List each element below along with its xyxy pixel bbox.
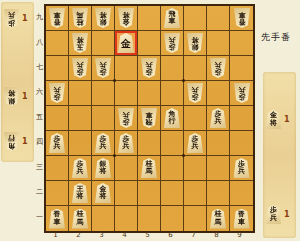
square-3七[interactable]: 歩兵 (92, 56, 115, 81)
shogi-piece-金将-sente[interactable]: 金将 (118, 8, 134, 28)
shogi-piece-歩兵-sente[interactable]: 歩兵 (210, 58, 226, 78)
piece-kanji: 兵 (192, 143, 199, 151)
piece-kanji: 銀 (8, 97, 15, 105)
file-labels: 123456789 (44, 231, 255, 239)
piece-kanji: 兵 (77, 61, 84, 69)
gote-captured-tray[interactable]: 金将1歩兵1 (263, 72, 296, 238)
shogi-piece-歩兵-gote[interactable]: 歩兵 (187, 133, 203, 153)
captured-count: 1 (22, 14, 28, 23)
piece-kanji: 馬 (77, 11, 84, 19)
piece-kanji: 将 (123, 11, 130, 19)
square-2七[interactable]: 歩兵 (69, 56, 92, 81)
piece-kanji: 銀 (192, 43, 199, 51)
shogi-piece-歩兵-sente[interactable]: 歩兵 (164, 33, 180, 53)
piece-kanji: 将 (8, 89, 15, 97)
square-1三[interactable] (46, 156, 69, 181)
square-4二[interactable] (115, 181, 138, 206)
shogi-piece-歩兵-gote[interactable]: 歩兵 (210, 108, 226, 128)
square-9六[interactable]: 歩兵 (230, 81, 253, 106)
square-5四[interactable] (138, 131, 161, 156)
piece-kanji: 歩 (123, 118, 130, 126)
piece-kanji: 車 (54, 219, 61, 227)
piece-kanji: 歩 (8, 19, 15, 27)
square-6三[interactable] (161, 156, 184, 181)
square-8八[interactable] (207, 31, 230, 56)
square-5一[interactable] (138, 206, 161, 231)
piece-kanji: 将 (270, 120, 277, 128)
square-3一[interactable] (92, 206, 115, 231)
shogi-piece-歩兵-sente[interactable]: 歩兵 (4, 9, 19, 28)
piece-kanji: 馬 (215, 219, 222, 227)
square-7九[interactable] (184, 6, 207, 31)
square-9八[interactable] (230, 31, 253, 56)
square-4一[interactable] (115, 206, 138, 231)
shogi-piece-銀将-gote[interactable]: 銀将 (95, 158, 111, 178)
square-8一[interactable]: 桂馬 (207, 206, 230, 231)
square-2一[interactable]: 桂馬 (69, 206, 92, 231)
square-8二[interactable] (207, 181, 230, 206)
piece-kanji: 香 (238, 18, 245, 26)
square-8九[interactable] (207, 6, 230, 31)
square-3三[interactable]: 銀将 (92, 156, 115, 181)
shogi-piece-金将-gote[interactable]: 金将 (266, 110, 281, 129)
shogi-piece-歩兵-sente[interactable]: 歩兵 (141, 58, 157, 78)
square-3九[interactable]: 銀将 (92, 6, 115, 31)
piece-kanji: 歩 (238, 93, 245, 101)
square-9七[interactable] (230, 56, 253, 81)
piece-kanji: 兵 (215, 61, 222, 69)
piece-kanji: 香 (54, 18, 61, 26)
shogi-piece-香車-sente[interactable]: 香車 (234, 8, 250, 28)
piece-kanji: 歩 (192, 93, 199, 101)
square-9二[interactable] (230, 181, 253, 206)
square-1四[interactable]: 歩兵 (46, 131, 69, 156)
shogi-piece-玉将-sente[interactable]: 玉将 (72, 33, 88, 53)
piece-kanji: 行 (169, 118, 176, 126)
rank-label: 九 (35, 4, 44, 29)
piece-kanji: 銀 (100, 18, 107, 26)
star-point (182, 154, 185, 157)
piece-kanji: 兵 (8, 11, 15, 19)
square-3五[interactable] (92, 106, 115, 131)
square-8六[interactable] (207, 81, 230, 106)
shogi-piece-金将-gote[interactable]: 金将 (95, 183, 111, 203)
square-1六[interactable]: 歩兵 (46, 81, 69, 106)
square-8七[interactable]: 歩兵 (207, 56, 230, 81)
piece-kanji: 将 (192, 36, 199, 44)
rank-label: 五 (35, 104, 44, 129)
shogi-piece-銀将-sente[interactable]: 銀将 (187, 33, 203, 53)
piece-kanji: 車 (169, 18, 176, 26)
square-6二[interactable] (161, 181, 184, 206)
file-label: 4 (113, 231, 136, 239)
square-7七[interactable] (184, 56, 207, 81)
piece-kanji: 兵 (146, 61, 153, 69)
piece-kanji: 歩 (215, 68, 222, 76)
file-label: 3 (90, 231, 113, 239)
rank-label: 八 (35, 29, 44, 54)
square-7六[interactable]: 歩兵 (184, 81, 207, 106)
shogi-piece-歩兵-sente[interactable]: 歩兵 (187, 83, 203, 103)
square-5九[interactable] (138, 6, 161, 31)
shogi-piece-王将-gote[interactable]: 王将 (72, 183, 88, 203)
piece-kanji: 歩 (100, 68, 107, 76)
shogi-piece-香車-gote[interactable]: 香車 (49, 209, 65, 229)
piece-kanji: 車 (238, 11, 245, 19)
square-6四[interactable] (161, 131, 184, 156)
piece-kanji: 金 (123, 18, 130, 26)
shogi-piece-飛車-sente[interactable]: 飛車 (141, 108, 157, 128)
piece-kanji: 兵 (100, 61, 107, 69)
piece-kanji: 馬 (146, 168, 153, 176)
piece-kanji: 歩 (54, 93, 61, 101)
star-point (113, 79, 116, 82)
square-9五[interactable] (230, 106, 253, 131)
square-5二[interactable] (138, 181, 161, 206)
piece-kanji: 車 (146, 111, 153, 119)
file-label: 1 (44, 231, 67, 239)
shogi-piece-銀将-sente[interactable]: 銀将 (4, 87, 19, 106)
rank-label: 六 (35, 79, 44, 104)
square-4七[interactable] (115, 56, 138, 81)
shogi-app: 歩兵1銀将1角行1 九八七六五四三二一 香車桂馬銀将金将飛車香車玉将金歩兵銀将歩… (0, 0, 300, 241)
piece-kanji: 歩 (169, 43, 176, 51)
square-3二[interactable]: 金将 (92, 181, 115, 206)
piece-kanji: 角 (8, 142, 15, 150)
file-label: 7 (182, 231, 205, 239)
square-2四[interactable] (69, 131, 92, 156)
square-5五[interactable]: 飛車 (138, 106, 161, 131)
sente-captured-tray[interactable]: 歩兵1銀将1角行1 (1, 2, 34, 162)
piece-kanji: 馬 (77, 219, 84, 227)
shogi-board[interactable]: 香車桂馬銀将金将飛車香車玉将金歩兵銀将歩兵歩兵歩兵歩兵歩兵歩兵歩兵歩兵飛車角行歩… (44, 4, 255, 233)
square-6八[interactable]: 歩兵 (161, 31, 184, 56)
piece-kanji: 兵 (54, 143, 61, 151)
shogi-piece-飛車-gote[interactable]: 飛車 (164, 8, 180, 28)
piece-kanji: 兵 (169, 36, 176, 44)
piece-kanji: 将 (100, 11, 107, 19)
square-5三[interactable]: 桂馬 (138, 156, 161, 181)
piece-kanji: 兵 (77, 168, 84, 176)
star-point (182, 79, 185, 82)
square-1七[interactable] (46, 56, 69, 81)
shogi-piece-角行-gote[interactable]: 角行 (164, 108, 180, 128)
square-9四[interactable] (230, 131, 253, 156)
shogi-piece-金-gote[interactable]: 金 (118, 33, 134, 53)
piece-kanji: 桂 (77, 18, 84, 26)
shogi-piece-香車-gote[interactable]: 香車 (234, 209, 250, 229)
piece-kanji: 車 (54, 11, 61, 19)
shogi-piece-歩兵-gote[interactable]: 歩兵 (95, 133, 111, 153)
piece-kanji: 行 (8, 134, 15, 142)
shogi-piece-歩兵-gote[interactable]: 歩兵 (234, 158, 250, 178)
turn-indicator: 先手番 (261, 31, 299, 44)
square-2二[interactable]: 王将 (69, 181, 92, 206)
captured-count: 1 (284, 210, 290, 219)
shogi-piece-歩兵-sente[interactable]: 歩兵 (72, 58, 88, 78)
file-label: 2 (67, 231, 90, 239)
square-7八[interactable]: 銀将 (184, 31, 207, 56)
rank-label: 四 (35, 129, 44, 154)
piece-kanji: 兵 (238, 86, 245, 94)
shogi-piece-歩兵-sente[interactable]: 歩兵 (95, 58, 111, 78)
square-5七[interactable]: 歩兵 (138, 56, 161, 81)
piece-kanji: 兵 (238, 168, 245, 176)
square-2八[interactable]: 玉将 (69, 31, 92, 56)
shogi-piece-歩兵-gote[interactable]: 歩兵 (118, 133, 134, 153)
rank-label: 三 (35, 154, 44, 179)
star-point (113, 154, 116, 157)
file-label: 6 (159, 231, 182, 239)
rank-labels: 九八七六五四三二一 (35, 4, 44, 229)
rank-label: 七 (35, 54, 44, 79)
piece-kanji: 歩 (146, 68, 153, 76)
shogi-piece-桂馬-gote[interactable]: 桂馬 (210, 209, 226, 229)
square-6七[interactable] (161, 56, 184, 81)
square-1五[interactable] (46, 106, 69, 131)
square-4八[interactable]: 金 (115, 31, 138, 56)
piece-kanji: 車 (238, 219, 245, 227)
square-8三[interactable] (207, 156, 230, 181)
shogi-piece-角行-sente[interactable]: 角行 (4, 132, 19, 151)
square-6六[interactable] (161, 81, 184, 106)
square-4四[interactable]: 歩兵 (115, 131, 138, 156)
square-3四[interactable]: 歩兵 (92, 131, 115, 156)
square-4三[interactable] (115, 156, 138, 181)
square-5六[interactable] (138, 81, 161, 106)
square-3八[interactable] (92, 31, 115, 56)
square-7二[interactable] (184, 181, 207, 206)
square-2三[interactable]: 歩兵 (69, 156, 92, 181)
shogi-piece-銀将-sente[interactable]: 銀将 (95, 8, 111, 28)
file-label: 9 (228, 231, 251, 239)
square-9三[interactable]: 歩兵 (230, 156, 253, 181)
square-8四[interactable] (207, 131, 230, 156)
piece-kanji: 飛 (146, 118, 153, 126)
square-1八[interactable] (46, 31, 69, 56)
shogi-piece-桂馬-gote[interactable]: 桂馬 (72, 209, 88, 229)
square-3六[interactable] (92, 81, 115, 106)
captured-count: 1 (22, 137, 28, 146)
square-7三[interactable] (184, 156, 207, 181)
piece-kanji: 将 (100, 193, 107, 201)
file-label: 8 (205, 231, 228, 239)
shogi-piece-桂馬-gote[interactable]: 桂馬 (141, 158, 157, 178)
shogi-piece-歩兵-gote[interactable]: 歩兵 (266, 205, 281, 224)
square-4六[interactable] (115, 81, 138, 106)
square-6九[interactable]: 飛車 (161, 6, 184, 31)
square-4九[interactable]: 金将 (115, 6, 138, 31)
piece-kanji: 将 (100, 168, 107, 176)
square-8五[interactable]: 歩兵 (207, 106, 230, 131)
square-2五[interactable] (69, 106, 92, 131)
square-2九[interactable]: 桂馬 (69, 6, 92, 31)
piece-kanji: 兵 (123, 111, 130, 119)
square-7五[interactable] (184, 106, 207, 131)
shogi-piece-桂馬-sente[interactable]: 桂馬 (72, 8, 88, 28)
rank-label: 二 (35, 179, 44, 204)
shogi-piece-香車-sente[interactable]: 香車 (49, 8, 65, 28)
square-2六[interactable] (69, 81, 92, 106)
piece-kanji: 兵 (123, 143, 130, 151)
piece-kanji: 兵 (270, 215, 277, 223)
square-1九[interactable]: 香車 (46, 6, 69, 31)
file-label: 5 (136, 231, 159, 239)
shogi-piece-歩兵-gote[interactable]: 歩兵 (72, 158, 88, 178)
piece-kanji: 玉 (77, 43, 84, 51)
shogi-piece-歩兵-gote[interactable]: 歩兵 (49, 133, 65, 153)
piece-kanji: 兵 (54, 86, 61, 94)
shogi-piece-歩兵-sente[interactable]: 歩兵 (234, 83, 250, 103)
square-4五[interactable]: 歩兵 (115, 106, 138, 131)
square-7一[interactable] (184, 206, 207, 231)
piece-kanji: 将 (77, 36, 84, 44)
square-1二[interactable] (46, 181, 69, 206)
piece-kanji: 兵 (100, 143, 107, 151)
square-9九[interactable]: 香車 (230, 6, 253, 31)
piece-kanji: 金 (121, 38, 131, 49)
square-6五[interactable]: 角行 (161, 106, 184, 131)
square-6一[interactable] (161, 206, 184, 231)
piece-kanji: 将 (77, 193, 84, 201)
captured-count: 1 (22, 92, 28, 101)
piece-kanji: 兵 (215, 118, 222, 126)
square-5八[interactable] (138, 31, 161, 56)
rank-label: 一 (35, 204, 44, 229)
piece-kanji: 歩 (77, 68, 84, 76)
square-7四[interactable]: 歩兵 (184, 131, 207, 156)
shogi-piece-歩兵-sente[interactable]: 歩兵 (118, 108, 134, 128)
shogi-piece-歩兵-sente[interactable]: 歩兵 (49, 83, 65, 103)
captured-count: 1 (284, 115, 290, 124)
square-1一[interactable]: 香車 (46, 206, 69, 231)
square-9一[interactable]: 香車 (230, 206, 253, 231)
piece-kanji: 兵 (192, 86, 199, 94)
